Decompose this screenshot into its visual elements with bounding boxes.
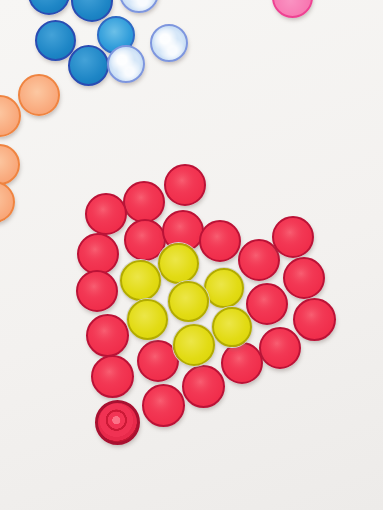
chip-red-7[interactable]: [199, 220, 241, 262]
chip-yellow-4[interactable]: [168, 281, 209, 322]
chip-red-9[interactable]: [272, 216, 314, 258]
chip-yellow-2[interactable]: [120, 260, 161, 301]
chip-red-10[interactable]: [283, 257, 325, 299]
chip-yellow-5[interactable]: [127, 299, 168, 340]
chip-red-3[interactable]: [85, 193, 127, 235]
chip-red-1[interactable]: [123, 181, 165, 223]
chip-blue-solid-4[interactable]: [35, 20, 76, 61]
chip-orange-2[interactable]: [0, 95, 21, 137]
chip-orange-1[interactable]: [18, 74, 60, 116]
table-surface: [0, 0, 383, 510]
chip-red-6[interactable]: [77, 233, 119, 275]
chip-blue-solid-7[interactable]: [68, 45, 109, 86]
chip-red-18[interactable]: [221, 342, 263, 384]
chip-yellow-6[interactable]: [212, 307, 252, 347]
chip-orange-4[interactable]: [0, 181, 15, 223]
chip-blue-light-3[interactable]: [119, 0, 159, 13]
chip-red-14[interactable]: [259, 327, 301, 369]
chip-red-12[interactable]: [246, 283, 288, 325]
chip-orange-3[interactable]: [0, 144, 20, 185]
chip-red-20[interactable]: [142, 384, 185, 427]
chip-blue-solid-1[interactable]: [28, 0, 70, 15]
chip-red-11[interactable]: [76, 270, 118, 312]
chip-yellow-7[interactable]: [173, 324, 215, 366]
chip-yellow-1[interactable]: [158, 243, 199, 284]
chip-blue-light-6[interactable]: [150, 24, 188, 62]
chip-yellow-3[interactable]: [204, 268, 244, 308]
chip-pink-1[interactable]: [272, 0, 313, 18]
chip-red-2[interactable]: [164, 164, 206, 206]
chip-red-19[interactable]: [182, 365, 225, 408]
chip-red-flipped-21[interactable]: [95, 400, 140, 445]
chip-red-16[interactable]: [91, 355, 134, 398]
chip-red-15[interactable]: [86, 314, 129, 357]
chip-red-13[interactable]: [293, 298, 336, 341]
chip-blue-light-8[interactable]: [107, 45, 145, 83]
